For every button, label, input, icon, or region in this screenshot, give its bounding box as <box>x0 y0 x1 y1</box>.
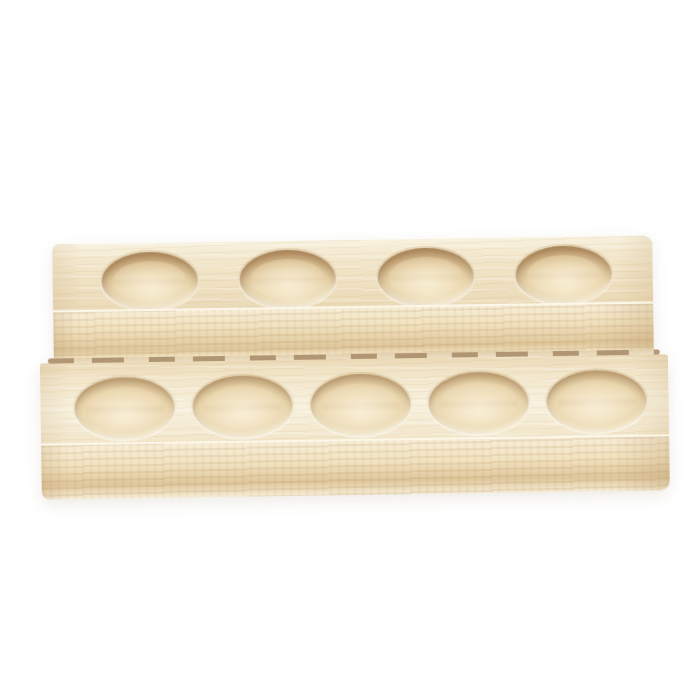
pit-recess <box>439 381 518 426</box>
pit-recess <box>85 386 164 431</box>
pit-row1-3 <box>377 247 474 306</box>
pit-recess <box>203 384 282 429</box>
pit-row1-4 <box>515 245 612 304</box>
front-tier-top-surface <box>40 354 669 443</box>
back-tier-top-surface <box>52 236 653 311</box>
pit-recess <box>250 258 326 300</box>
pit-row2-1 <box>74 377 175 440</box>
pit-row2-5 <box>546 370 647 433</box>
pit-row2-4 <box>428 371 529 434</box>
pit-recess <box>112 260 188 302</box>
pit-row1-2 <box>239 249 336 308</box>
pit-row2-3 <box>310 373 411 436</box>
front-pit-row <box>40 354 669 443</box>
back-pit-row <box>52 236 653 311</box>
pit-recess <box>526 254 602 296</box>
pit-recess <box>388 256 464 298</box>
front-tier <box>40 354 670 499</box>
pit-recess <box>321 383 400 428</box>
pit-row1-1 <box>101 251 198 310</box>
product-photo-canvas <box>0 0 700 700</box>
pit-recess <box>557 379 636 424</box>
wooden-two-tier-pit-board <box>38 235 670 497</box>
back-tier <box>52 236 654 359</box>
front-tier-front-face <box>41 434 670 499</box>
pit-row2-2 <box>192 375 293 438</box>
